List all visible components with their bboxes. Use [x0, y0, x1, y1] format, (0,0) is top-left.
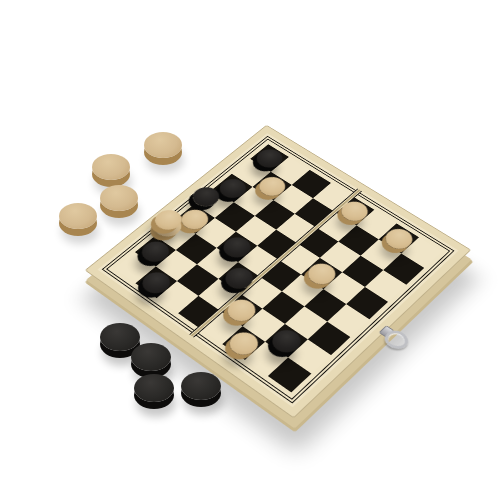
loose-black-checker	[100, 323, 140, 351]
product-photo-scene	[0, 0, 500, 500]
loose-black-checker	[181, 372, 221, 400]
clasp-latch-icon	[380, 324, 411, 348]
checkers-board	[85, 125, 472, 419]
loose-light-checker	[59, 203, 97, 229]
loose-light-checker	[144, 132, 182, 158]
loose-light-checker	[92, 154, 130, 180]
loose-black-checker	[131, 343, 171, 371]
loose-light-checker	[100, 185, 138, 211]
loose-black-checker	[134, 374, 174, 402]
